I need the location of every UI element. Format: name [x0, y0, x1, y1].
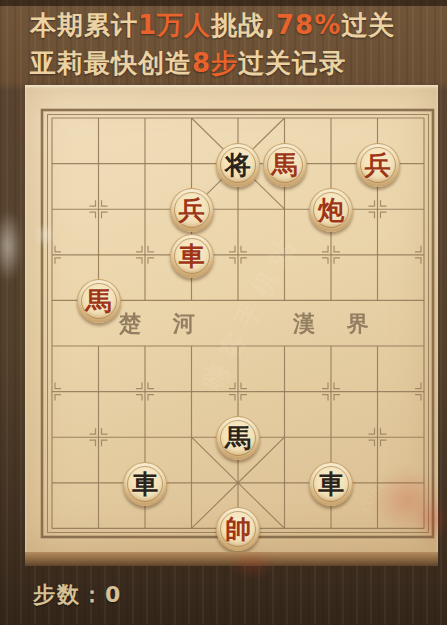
piece-glyph: 将	[217, 144, 259, 186]
banner-text: 过关记录	[238, 48, 346, 78]
piece-red-車[interactable]: 車	[170, 234, 214, 278]
step-counter-text: 步数：0	[33, 582, 122, 607]
piece-glyph: 馬	[217, 417, 259, 459]
image-artifact-white	[0, 210, 22, 282]
piece-red-帥[interactable]: 帥	[216, 507, 260, 551]
piece-red-馬[interactable]: 馬	[77, 279, 121, 323]
banner-highlight-pass-rate: 78%	[276, 10, 341, 40]
board-bottom-edge	[25, 552, 438, 566]
piece-glyph: 兵	[171, 189, 213, 231]
xiangqi-board[interactable]: 楚 河 漢 界 将馬兵兵炮車馬馬車車帥 嗨客手机站 com	[25, 85, 438, 552]
banner-line-1: 本期累计1万人挑战,78%过关	[30, 6, 395, 44]
piece-black-将[interactable]: 将	[216, 143, 260, 187]
piece-red-兵[interactable]: 兵	[356, 143, 400, 187]
piece-black-車[interactable]: 車	[309, 462, 353, 506]
banner-text: 亚莉最快创造	[30, 48, 192, 78]
banner-highlight-participants: 1万人	[138, 10, 211, 40]
step-counter: 步数：0	[33, 580, 122, 610]
banner-line-2: 亚莉最快创造8步过关记录	[30, 44, 395, 82]
river-label-chu-he: 楚 河	[119, 309, 207, 339]
piece-glyph: 馬	[78, 280, 120, 322]
piece-glyph: 馬	[264, 144, 306, 186]
piece-glyph: 車	[124, 463, 166, 505]
piece-red-兵[interactable]: 兵	[170, 188, 214, 232]
piece-red-馬[interactable]: 馬	[263, 143, 307, 187]
piece-glyph: 車	[171, 235, 213, 277]
river-label-han-jie: 漢 界	[293, 309, 381, 339]
banner-text: 挑战,	[211, 10, 276, 40]
challenge-banner: 本期累计1万人挑战,78%过关 亚莉最快创造8步过关记录	[30, 6, 395, 82]
banner-text: 本期累计	[30, 10, 138, 40]
banner-text: 过关	[341, 10, 395, 40]
piece-glyph: 帥	[217, 508, 259, 550]
piece-black-馬[interactable]: 馬	[216, 416, 260, 460]
piece-glyph: 車	[310, 463, 352, 505]
banner-highlight-record-steps: 8步	[192, 48, 238, 78]
game-screen: 本期累计1万人挑战,78%过关 亚莉最快创造8步过关记录 楚 河 漢 界 将馬兵…	[0, 0, 447, 625]
piece-red-炮[interactable]: 炮	[309, 188, 353, 232]
piece-glyph: 炮	[310, 189, 352, 231]
piece-black-車[interactable]: 車	[123, 462, 167, 506]
piece-glyph: 兵	[357, 144, 399, 186]
